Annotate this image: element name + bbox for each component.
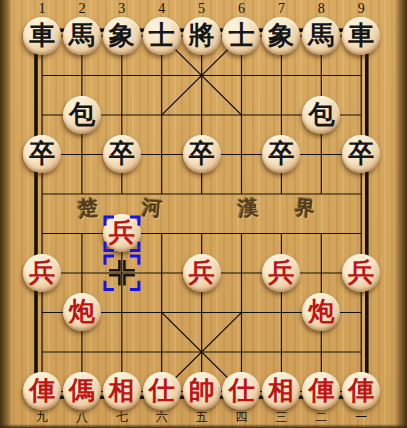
piece-disc[interactable]: 卒: [262, 135, 300, 173]
piece-disc[interactable]: 帥: [183, 372, 221, 410]
file-label-top: 1: [39, 1, 46, 17]
piece-character: 兵: [348, 254, 374, 292]
piece-black-將[interactable]: 將: [182, 16, 222, 56]
piece-character: 卒: [268, 135, 294, 173]
piece-black-卒[interactable]: 卒: [182, 135, 222, 175]
piece-character: 包: [69, 96, 95, 134]
piece-disc[interactable]: 俥: [302, 372, 340, 410]
file-label-bottom: 六: [156, 409, 168, 426]
piece-red-炮[interactable]: 炮: [301, 293, 341, 333]
file-label-bottom: 七: [116, 409, 128, 426]
piece-character: 炮: [308, 293, 334, 331]
piece-disc[interactable]: 將: [183, 17, 221, 55]
piece-black-象[interactable]: 象: [261, 16, 301, 56]
piece-black-馬[interactable]: 馬: [62, 16, 102, 56]
piece-red-兵[interactable]: 兵: [261, 253, 301, 293]
piece-black-車[interactable]: 車: [22, 16, 62, 56]
file-label-top: 8: [318, 1, 325, 17]
piece-disc[interactable]: 卒: [183, 135, 221, 173]
piece-red-俥[interactable]: 俥: [22, 372, 62, 412]
piece-red-兵[interactable]: 兵: [182, 253, 222, 293]
piece-character: 車: [29, 17, 55, 55]
piece-character: 馬: [308, 17, 334, 55]
piece-character: 俥: [308, 372, 334, 410]
piece-red-仕[interactable]: 仕: [221, 372, 261, 412]
piece-disc[interactable]: 兵: [183, 254, 221, 292]
piece-character: 傌: [69, 372, 95, 410]
piece-character: 象: [109, 17, 135, 55]
file-label-bottom: 二: [315, 409, 327, 426]
file-label-top: 2: [78, 1, 85, 17]
moved-from-marker: [102, 253, 142, 293]
piece-character: 炮: [69, 293, 95, 331]
piece-black-卒[interactable]: 卒: [261, 135, 301, 175]
piece-red-仕[interactable]: 仕: [142, 372, 182, 412]
piece-character: 包: [308, 96, 334, 134]
piece-character: 仕: [149, 372, 175, 410]
piece-disc[interactable]: 卒: [342, 135, 380, 173]
piece-character: 兵: [109, 214, 135, 252]
piece-disc[interactable]: 炮: [302, 293, 340, 331]
piece-character: 兵: [29, 254, 55, 292]
piece-character: 將: [189, 17, 215, 55]
piece-disc[interactable]: 馬: [302, 17, 340, 55]
piece-character: 卒: [189, 135, 215, 173]
piece-disc[interactable]: 傌: [63, 372, 101, 410]
piece-black-車[interactable]: 車: [341, 16, 381, 56]
file-label-bottom: 五: [196, 409, 208, 426]
piece-black-士[interactable]: 士: [221, 16, 261, 56]
piece-disc[interactable]: 仕: [222, 372, 260, 410]
file-label-bottom: 四: [236, 409, 248, 426]
board-grid[interactable]: 車馬象士將士象馬車包包卒卒卒卒卒兵兵兵兵兵炮炮俥傌相仕帥仕相俥俥: [22, 16, 381, 411]
piece-disc[interactable]: 仕: [143, 372, 181, 410]
piece-red-傌[interactable]: 傌: [62, 372, 102, 412]
file-label-bottom: 九: [36, 409, 48, 426]
piece-black-卒[interactable]: 卒: [102, 135, 142, 175]
piece-disc[interactable]: 象: [103, 17, 141, 55]
piece-character: 卒: [109, 135, 135, 173]
piece-disc[interactable]: 相: [103, 372, 141, 410]
piece-disc[interactable]: 相: [262, 372, 300, 410]
piece-red-俥[interactable]: 俥: [301, 372, 341, 412]
file-label-bottom: 一: [355, 409, 367, 426]
file-label-top: 3: [118, 1, 125, 17]
piece-red-兵[interactable]: 兵: [22, 253, 62, 293]
file-label-top: 7: [278, 1, 285, 17]
piece-disc[interactable]: 兵: [262, 254, 300, 292]
piece-character: 俥: [348, 372, 374, 410]
file-label-top: 5: [198, 1, 205, 17]
piece-character: 士: [149, 17, 175, 55]
file-label-bottom: 三: [275, 409, 287, 426]
piece-character: 士: [228, 17, 254, 55]
piece-red-俥[interactable]: 俥: [341, 372, 381, 412]
piece-character: 卒: [348, 135, 374, 173]
file-label-top: 6: [238, 1, 245, 17]
piece-red-兵[interactable]: 兵: [341, 253, 381, 293]
piece-character: 俥: [29, 372, 55, 410]
piece-red-相[interactable]: 相: [261, 372, 301, 412]
piece-disc[interactable]: 士: [143, 17, 181, 55]
piece-character: 相: [268, 372, 294, 410]
piece-red-帥[interactable]: 帥: [182, 372, 222, 412]
piece-disc[interactable]: 兵: [103, 214, 141, 252]
piece-red-兵[interactable]: 兵: [102, 214, 142, 254]
piece-disc[interactable]: 象: [262, 17, 300, 55]
piece-disc[interactable]: 包: [63, 96, 101, 134]
piece-black-卒[interactable]: 卒: [22, 135, 62, 175]
piece-disc[interactable]: 兵: [342, 254, 380, 292]
piece-disc[interactable]: 車: [23, 17, 61, 55]
piece-character: 馬: [69, 17, 95, 55]
piece-black-士[interactable]: 士: [142, 16, 182, 56]
piece-character: 象: [268, 17, 294, 55]
file-label-top: 4: [158, 1, 165, 17]
piece-black-象[interactable]: 象: [102, 16, 142, 56]
piece-black-卒[interactable]: 卒: [341, 135, 381, 175]
piece-black-馬[interactable]: 馬: [301, 16, 341, 56]
piece-character: 車: [348, 17, 374, 55]
piece-disc[interactable]: 卒: [23, 135, 61, 173]
piece-disc[interactable]: 俥: [23, 372, 61, 410]
piece-disc[interactable]: 卒: [103, 135, 141, 173]
file-label-bottom: 八: [76, 409, 88, 426]
piece-disc[interactable]: 馬: [63, 17, 101, 55]
piece-character: 兵: [189, 254, 215, 292]
piece-character: 帥: [189, 372, 215, 410]
piece-character: 兵: [268, 254, 294, 292]
piece-character: 卒: [29, 135, 55, 173]
piece-disc[interactable]: 士: [222, 17, 260, 55]
piece-red-相[interactable]: 相: [102, 372, 142, 412]
piece-disc[interactable]: 兵: [23, 254, 61, 292]
xiangqi-board: 123456789 楚河漢界 車馬象士將士象馬車包包卒卒卒卒卒兵兵兵兵兵炮炮俥傌…: [0, 0, 407, 428]
piece-black-包[interactable]: 包: [301, 95, 341, 135]
piece-disc[interactable]: 俥: [342, 372, 380, 410]
piece-character: 相: [109, 372, 135, 410]
file-label-top: 9: [358, 1, 365, 17]
piece-disc[interactable]: 炮: [63, 293, 101, 331]
piece-disc[interactable]: 包: [302, 96, 340, 134]
piece-disc[interactable]: 車: [342, 17, 380, 55]
piece-red-炮[interactable]: 炮: [62, 293, 102, 333]
piece-character: 仕: [228, 372, 254, 410]
piece-black-包[interactable]: 包: [62, 95, 102, 135]
